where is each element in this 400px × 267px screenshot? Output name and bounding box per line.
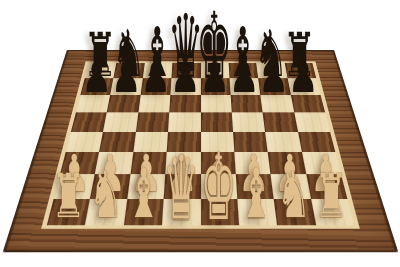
square-f1 xyxy=(237,199,277,226)
square-g7 xyxy=(258,78,290,94)
chess-board xyxy=(2,50,398,252)
square-d3 xyxy=(165,152,200,174)
square-b2 xyxy=(90,174,130,198)
square-a6 xyxy=(75,95,110,113)
square-f7 xyxy=(229,78,260,94)
square-c5 xyxy=(135,112,169,131)
square-b4 xyxy=(99,132,135,153)
square-g1 xyxy=(273,199,315,226)
square-d8 xyxy=(171,63,200,78)
square-b7 xyxy=(110,78,142,94)
square-f4 xyxy=(232,132,267,153)
square-a2 xyxy=(53,174,94,198)
square-f8 xyxy=(228,63,258,78)
square-a7 xyxy=(80,78,113,94)
square-h1 xyxy=(310,199,354,226)
square-b5 xyxy=(103,112,138,131)
square-g6 xyxy=(260,95,293,113)
square-c8 xyxy=(142,63,172,78)
square-e1 xyxy=(200,199,238,226)
square-e8 xyxy=(200,63,229,78)
square-d2 xyxy=(163,174,200,198)
square-a3 xyxy=(59,152,98,174)
square-g5 xyxy=(262,112,297,131)
chess-photo-scene: ♜♞♝♛♚♝♞♜♟♟♟♟♟♟♟♟♟♟♟♟♟♟♟♟♜♞♝♛♚♝♞♜ xyxy=(0,0,400,267)
square-g4 xyxy=(265,132,301,153)
square-g8 xyxy=(256,63,287,78)
square-h6 xyxy=(290,95,325,113)
square-f3 xyxy=(234,152,271,174)
square-d1 xyxy=(162,199,200,226)
square-f6 xyxy=(230,95,262,113)
square-a4 xyxy=(65,132,103,153)
square-g2 xyxy=(270,174,310,198)
square-f5 xyxy=(231,112,265,131)
square-e5 xyxy=(200,112,232,131)
square-a1 xyxy=(46,199,90,226)
square-c2 xyxy=(127,174,165,198)
square-b8 xyxy=(113,63,144,78)
square-c7 xyxy=(140,78,171,94)
square-h2 xyxy=(305,174,346,198)
square-d4 xyxy=(166,132,200,153)
square-b1 xyxy=(85,199,127,226)
square-c6 xyxy=(138,95,170,113)
square-c1 xyxy=(123,199,163,226)
board-grid xyxy=(41,61,360,228)
square-e6 xyxy=(200,95,231,113)
square-h4 xyxy=(297,132,335,153)
square-h8 xyxy=(284,63,316,78)
square-c3 xyxy=(130,152,167,174)
square-f2 xyxy=(235,174,273,198)
square-d7 xyxy=(170,78,200,94)
square-d6 xyxy=(169,95,200,113)
square-e2 xyxy=(200,174,237,198)
square-h5 xyxy=(293,112,329,131)
square-c4 xyxy=(133,132,168,153)
square-a8 xyxy=(84,63,116,78)
square-b3 xyxy=(95,152,133,174)
square-h3 xyxy=(301,152,340,174)
square-e7 xyxy=(200,78,230,94)
square-g3 xyxy=(267,152,305,174)
square-d5 xyxy=(168,112,200,131)
square-b6 xyxy=(107,95,140,113)
square-a5 xyxy=(71,112,107,131)
square-e3 xyxy=(200,152,235,174)
square-e4 xyxy=(200,132,234,153)
square-h7 xyxy=(287,78,320,94)
